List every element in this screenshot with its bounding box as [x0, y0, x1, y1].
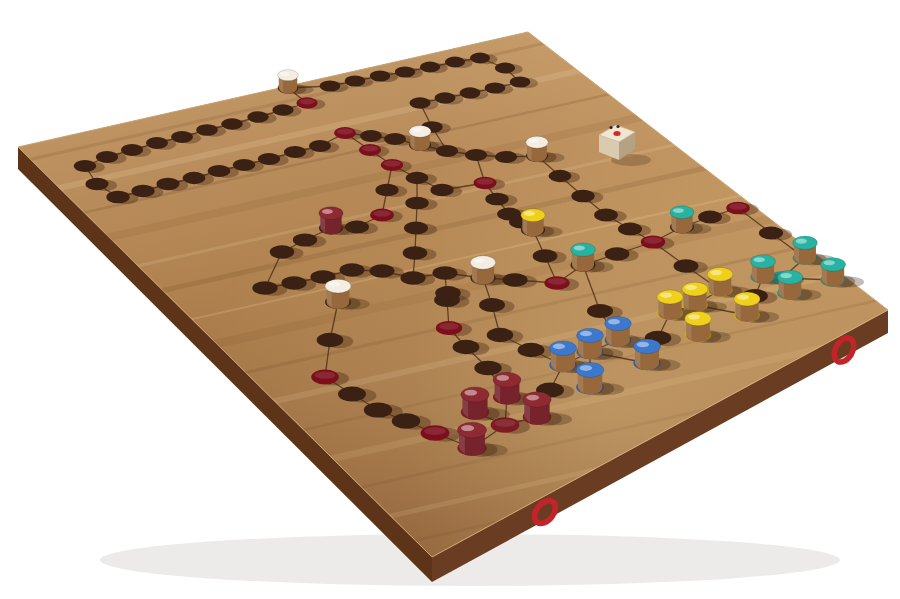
board-hole	[121, 144, 143, 156]
board-hole	[247, 111, 268, 123]
board-hole	[146, 137, 168, 149]
peg-cap-highlight	[685, 285, 697, 290]
peg-cap-highlight	[474, 258, 485, 263]
board-hole	[485, 193, 508, 206]
board-hole	[252, 281, 277, 295]
board-hole	[375, 184, 398, 196]
board-hole	[518, 343, 545, 357]
board-hole	[605, 247, 630, 260]
board-hole	[487, 328, 514, 342]
peg-cap-highlight	[580, 365, 592, 371]
hole-paint-sheen	[644, 237, 662, 244]
board-hole	[474, 361, 501, 376]
hole-paint-sheen	[729, 203, 747, 209]
board-hole	[470, 53, 490, 64]
board-hole	[698, 211, 722, 224]
board-hole	[131, 185, 154, 197]
board-hole	[485, 82, 506, 93]
board-hole	[96, 151, 118, 163]
board-hole	[495, 151, 517, 163]
board-hole	[510, 76, 531, 87]
board-hole	[453, 340, 480, 354]
hole-paint-sheen	[299, 99, 315, 105]
board-hole	[171, 131, 193, 143]
board-hole	[320, 80, 341, 91]
board-hole	[233, 159, 256, 171]
board-hole	[208, 165, 231, 177]
peg-cap-highlight	[461, 425, 474, 431]
board-hole	[405, 197, 428, 210]
hole-paint-sheen	[424, 427, 446, 435]
peg-cap-highlight	[574, 245, 585, 250]
board-hole	[432, 266, 457, 280]
board-hole	[85, 178, 108, 190]
board-hole	[403, 246, 428, 259]
board-hole	[272, 104, 293, 115]
board-hole	[384, 133, 406, 145]
board-hole	[400, 271, 425, 285]
board-hole	[435, 286, 461, 300]
barricade-board	[0, 0, 900, 599]
peg-cap-highlight	[673, 208, 684, 213]
peg-cap-highlight	[580, 331, 592, 337]
peg-cap-highlight	[464, 390, 477, 396]
board-hole	[430, 184, 453, 196]
board-hole	[404, 222, 428, 235]
board-hole	[309, 140, 331, 152]
peg-cap-highlight	[526, 395, 539, 401]
peg-cap-highlight	[524, 211, 535, 216]
board-hole	[571, 190, 594, 203]
peg-cap-highlight	[780, 273, 792, 278]
peg-cap-highlight	[710, 270, 721, 275]
die-back-pip	[609, 126, 612, 129]
peg-cap-highlight	[608, 319, 620, 324]
board-hole	[392, 413, 421, 428]
peg-cap-highlight	[824, 260, 835, 265]
hole-paint-sheen	[494, 419, 515, 427]
peg-cap-highlight	[553, 344, 565, 350]
peg-cap-highlight	[280, 72, 289, 76]
board-hole	[395, 67, 415, 78]
peg-cap-highlight	[754, 257, 765, 262]
board-hole	[183, 172, 206, 184]
board-hole	[370, 70, 390, 81]
board-hole	[587, 304, 613, 318]
peg-cap-highlight	[412, 128, 422, 133]
board-hole	[479, 298, 505, 312]
board-hole	[369, 264, 394, 277]
die-red-pip	[613, 131, 620, 136]
hole-paint-sheen	[337, 129, 353, 135]
board-hole	[270, 245, 295, 258]
peg-cap-highlight	[328, 282, 340, 287]
hole-paint-sheen	[362, 146, 379, 152]
hole-paint-sheen	[547, 278, 566, 285]
peg-cap-highlight	[496, 375, 509, 381]
board-hole	[258, 153, 280, 165]
hole-paint-sheen	[476, 178, 493, 184]
board-hole	[434, 92, 455, 103]
board-hole	[345, 75, 366, 86]
board-hole	[196, 124, 218, 136]
board-hole	[406, 172, 429, 184]
barricade-product-photo	[0, 0, 900, 599]
board-hole	[221, 118, 243, 130]
board-hole	[549, 170, 572, 182]
board-hole	[533, 249, 558, 262]
board-hole	[460, 87, 481, 98]
board-hole	[360, 130, 382, 142]
board-hole	[495, 63, 515, 74]
board-hole	[465, 149, 487, 161]
peg-cap-highlight	[688, 314, 700, 319]
peg-cap-highlight	[637, 342, 649, 348]
board-hole	[317, 333, 344, 347]
board-hole	[339, 263, 364, 276]
hole-paint-sheen	[384, 160, 401, 166]
board-hole	[594, 209, 618, 222]
peg-cap-highlight	[322, 209, 333, 214]
board-hole	[759, 226, 783, 239]
hole-paint-sheen	[315, 371, 336, 378]
board-hole	[338, 386, 366, 401]
peg-cap-highlight	[660, 293, 672, 298]
board-hole	[284, 146, 306, 158]
peg-cap-highlight	[737, 295, 749, 300]
die-back-pip	[616, 125, 619, 128]
board-hole	[445, 57, 465, 68]
hole-paint-sheen	[373, 210, 391, 216]
board-hole	[106, 191, 129, 204]
board-hole	[281, 276, 306, 290]
board-hole	[74, 160, 97, 172]
board-hole	[293, 233, 317, 246]
board-hole	[409, 97, 430, 108]
hole-paint-sheen	[439, 323, 459, 330]
board-hole	[420, 62, 440, 73]
board-hole	[618, 223, 642, 236]
peg-cap-highlight	[529, 138, 539, 143]
board-hole	[674, 259, 699, 272]
board-hole	[364, 402, 392, 417]
peg-cap-highlight	[796, 239, 807, 244]
peg-green	[820, 258, 864, 288]
board-hole	[156, 178, 179, 190]
